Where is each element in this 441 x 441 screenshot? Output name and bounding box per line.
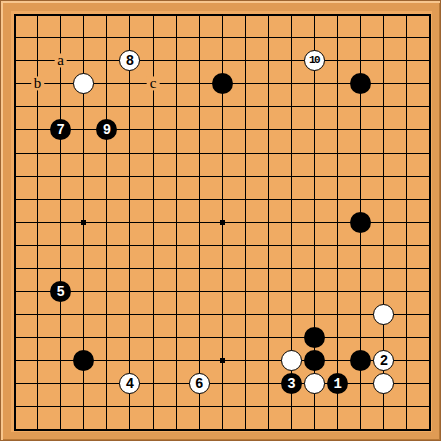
- move-number: 9: [103, 123, 111, 137]
- move-number: 3: [287, 377, 295, 391]
- move-number: 5: [56, 285, 64, 299]
- grid-line: [406, 15, 407, 431]
- grid-line: [15, 314, 431, 315]
- stone-black-Q10[interactable]: [350, 212, 371, 233]
- grid-line: [337, 15, 338, 431]
- move-number: 10: [309, 55, 319, 66]
- star-point: [220, 358, 225, 363]
- move-number: 1: [333, 377, 341, 391]
- go-board: 81079524631abc: [0, 0, 441, 441]
- move-number: 7: [56, 123, 64, 137]
- point-label-b: b: [31, 76, 45, 90]
- grid-line: [15, 291, 431, 292]
- star-point: [220, 220, 225, 225]
- point-label-c: c: [147, 76, 160, 90]
- move-number: 4: [126, 377, 134, 391]
- grid-line: [245, 15, 246, 431]
- grid-line: [15, 245, 431, 246]
- move-number: 8: [126, 54, 134, 68]
- stone-white-J3[interactable]: 6: [189, 373, 210, 394]
- point-label-a: a: [54, 53, 67, 67]
- stone-black-K16[interactable]: [212, 73, 233, 94]
- move-number: 2: [380, 354, 388, 368]
- grid-line: [15, 383, 431, 384]
- grid-line: [15, 337, 431, 338]
- grid-line: [15, 406, 431, 407]
- stone-black-C7[interactable]: 5: [50, 281, 71, 302]
- star-point: [81, 220, 86, 225]
- grid-line: [15, 268, 431, 269]
- board-layer: 81079524631abc: [1, 1, 441, 441]
- grid-line: [268, 15, 269, 431]
- move-number: 6: [195, 377, 203, 391]
